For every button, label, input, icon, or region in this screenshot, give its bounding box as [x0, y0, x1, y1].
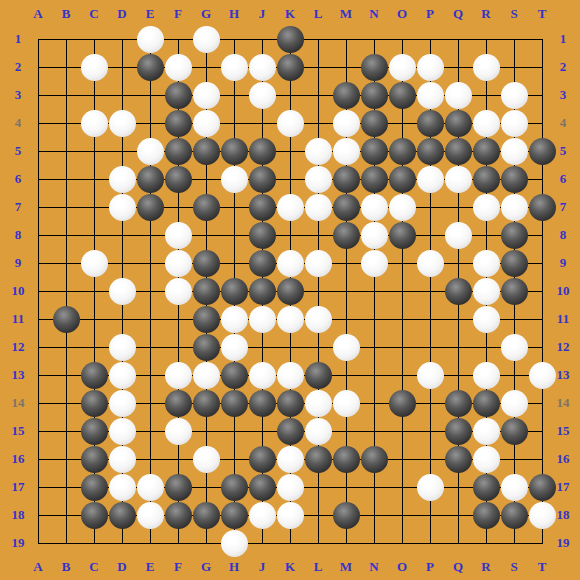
stone-black-N2 — [361, 54, 388, 81]
col-label-bottom-K: K — [276, 556, 304, 578]
stone-white-P17 — [417, 474, 444, 501]
col-label-bottom-M: M — [332, 556, 360, 578]
stone-white-R9 — [473, 250, 500, 277]
stone-white-S4 — [501, 110, 528, 137]
stone-white-F10 — [165, 278, 192, 305]
stone-black-J8 — [249, 222, 276, 249]
stone-black-M3 — [333, 82, 360, 109]
stone-white-G16 — [193, 446, 220, 473]
col-label-top-H: H — [220, 3, 248, 25]
col-label-top-F: F — [164, 3, 192, 25]
stone-white-K4 — [277, 110, 304, 137]
stone-black-M6 — [333, 166, 360, 193]
stone-white-Q3 — [445, 82, 472, 109]
row-label-right-14: 14 — [546, 392, 580, 414]
col-label-top-J: J — [248, 3, 276, 25]
stone-white-S7 — [501, 194, 528, 221]
stone-black-C15 — [81, 418, 108, 445]
row-label-right-6: 6 — [546, 168, 580, 190]
stone-white-D10 — [109, 278, 136, 305]
stone-black-M8 — [333, 222, 360, 249]
stone-black-C14 — [81, 390, 108, 417]
stone-white-C2 — [81, 54, 108, 81]
stone-black-L16 — [305, 446, 332, 473]
stone-white-H2 — [221, 54, 248, 81]
stone-black-K14 — [277, 390, 304, 417]
row-label-left-17: 17 — [0, 476, 36, 498]
row-label-right-8: 8 — [546, 224, 580, 246]
stone-black-G5 — [193, 138, 220, 165]
col-label-bottom-O: O — [388, 556, 416, 578]
stone-white-R10 — [473, 278, 500, 305]
stone-white-C4 — [81, 110, 108, 137]
row-label-left-13: 13 — [0, 364, 36, 386]
col-label-bottom-D: D — [108, 556, 136, 578]
stone-white-F9 — [165, 250, 192, 277]
stone-white-R16 — [473, 446, 500, 473]
stone-white-J2 — [249, 54, 276, 81]
stone-white-P2 — [417, 54, 444, 81]
col-label-top-G: G — [192, 3, 220, 25]
stone-white-G3 — [193, 82, 220, 109]
stone-black-R5 — [473, 138, 500, 165]
stone-white-K16 — [277, 446, 304, 473]
col-label-bottom-F: F — [164, 556, 192, 578]
stone-black-E7 — [137, 194, 164, 221]
stone-black-K15 — [277, 418, 304, 445]
stone-white-H12 — [221, 334, 248, 361]
stone-black-P5 — [417, 138, 444, 165]
stone-black-B11 — [53, 306, 80, 333]
col-label-bottom-H: H — [220, 556, 248, 578]
stone-white-P6 — [417, 166, 444, 193]
col-label-bottom-T: T — [528, 556, 556, 578]
stone-black-N3 — [361, 82, 388, 109]
stone-white-E17 — [137, 474, 164, 501]
stone-black-T7 — [529, 194, 556, 221]
col-label-top-E: E — [136, 3, 164, 25]
go-app-window: AABBCCDDEEFFGGHHJJKKLLMMNNOOPPQQRRSSTT11… — [0, 0, 580, 580]
row-label-right-15: 15 — [546, 420, 580, 442]
stone-black-G11 — [193, 306, 220, 333]
col-label-top-C: C — [80, 3, 108, 25]
col-label-top-L: L — [304, 3, 332, 25]
stone-black-N5 — [361, 138, 388, 165]
stone-black-J6 — [249, 166, 276, 193]
col-label-top-O: O — [388, 3, 416, 25]
col-label-top-T: T — [528, 3, 556, 25]
stone-white-L11 — [305, 306, 332, 333]
stone-white-K7 — [277, 194, 304, 221]
col-label-bottom-J: J — [248, 556, 276, 578]
row-label-left-10: 10 — [0, 280, 36, 302]
stone-black-T17 — [529, 474, 556, 501]
stone-black-S18 — [501, 502, 528, 529]
stone-black-K10 — [277, 278, 304, 305]
stone-black-Q15 — [445, 418, 472, 445]
col-label-top-S: S — [500, 3, 528, 25]
row-label-left-2: 2 — [0, 56, 36, 78]
row-label-left-14: 14 — [0, 392, 36, 414]
stone-black-J17 — [249, 474, 276, 501]
stone-white-R13 — [473, 362, 500, 389]
stone-white-H11 — [221, 306, 248, 333]
stone-black-D18 — [109, 502, 136, 529]
stone-black-G14 — [193, 390, 220, 417]
stone-white-S12 — [501, 334, 528, 361]
stone-white-D7 — [109, 194, 136, 221]
stone-white-J13 — [249, 362, 276, 389]
row-label-left-19: 19 — [0, 532, 36, 554]
stone-white-O7 — [389, 194, 416, 221]
stone-white-D13 — [109, 362, 136, 389]
stone-white-F2 — [165, 54, 192, 81]
stone-black-F17 — [165, 474, 192, 501]
stone-black-S15 — [501, 418, 528, 445]
stone-black-R14 — [473, 390, 500, 417]
stone-black-N16 — [361, 446, 388, 473]
stone-black-S10 — [501, 278, 528, 305]
stone-white-M4 — [333, 110, 360, 137]
stone-white-N7 — [361, 194, 388, 221]
row-label-right-10: 10 — [546, 280, 580, 302]
row-label-left-8: 8 — [0, 224, 36, 246]
col-label-top-K: K — [276, 3, 304, 25]
stone-black-Q14 — [445, 390, 472, 417]
stone-white-H19 — [221, 530, 248, 557]
stone-black-K2 — [277, 54, 304, 81]
stone-white-R11 — [473, 306, 500, 333]
stone-white-G13 — [193, 362, 220, 389]
stone-white-L14 — [305, 390, 332, 417]
stone-white-D12 — [109, 334, 136, 361]
stone-black-C13 — [81, 362, 108, 389]
col-label-top-A: A — [24, 3, 52, 25]
stone-white-R15 — [473, 418, 500, 445]
col-label-bottom-C: C — [80, 556, 108, 578]
stone-black-O14 — [389, 390, 416, 417]
stone-white-T13 — [529, 362, 556, 389]
stone-black-J16 — [249, 446, 276, 473]
col-label-bottom-A: A — [24, 556, 52, 578]
row-label-right-16: 16 — [546, 448, 580, 470]
stone-black-N4 — [361, 110, 388, 137]
stone-white-D6 — [109, 166, 136, 193]
stone-white-C9 — [81, 250, 108, 277]
stone-white-N9 — [361, 250, 388, 277]
stone-white-S3 — [501, 82, 528, 109]
stone-white-P3 — [417, 82, 444, 109]
col-label-bottom-N: N — [360, 556, 388, 578]
stone-white-J11 — [249, 306, 276, 333]
stone-black-L13 — [305, 362, 332, 389]
col-label-bottom-L: L — [304, 556, 332, 578]
stone-white-R4 — [473, 110, 500, 137]
col-label-top-M: M — [332, 3, 360, 25]
stone-black-O5 — [389, 138, 416, 165]
stone-white-Q6 — [445, 166, 472, 193]
col-label-bottom-G: G — [192, 556, 220, 578]
stone-white-M12 — [333, 334, 360, 361]
stone-black-T5 — [529, 138, 556, 165]
stone-white-D16 — [109, 446, 136, 473]
stone-black-F14 — [165, 390, 192, 417]
stone-white-Q8 — [445, 222, 472, 249]
stone-black-P4 — [417, 110, 444, 137]
stone-white-D15 — [109, 418, 136, 445]
col-label-top-D: D — [108, 3, 136, 25]
row-label-left-6: 6 — [0, 168, 36, 190]
stone-black-O8 — [389, 222, 416, 249]
row-label-left-5: 5 — [0, 140, 36, 162]
stone-white-J18 — [249, 502, 276, 529]
col-label-bottom-R: R — [472, 556, 500, 578]
stone-white-E1 — [137, 26, 164, 53]
row-label-right-9: 9 — [546, 252, 580, 274]
stone-black-J7 — [249, 194, 276, 221]
stone-black-H5 — [221, 138, 248, 165]
stone-white-F8 — [165, 222, 192, 249]
stone-white-J3 — [249, 82, 276, 109]
col-label-bottom-Q: Q — [444, 556, 472, 578]
col-label-top-P: P — [416, 3, 444, 25]
stone-white-K9 — [277, 250, 304, 277]
stone-white-T18 — [529, 502, 556, 529]
row-label-right-4: 4 — [546, 112, 580, 134]
col-label-bottom-B: B — [52, 556, 80, 578]
stone-white-K11 — [277, 306, 304, 333]
stone-white-D14 — [109, 390, 136, 417]
stone-black-F6 — [165, 166, 192, 193]
stone-black-O6 — [389, 166, 416, 193]
stone-white-L9 — [305, 250, 332, 277]
stone-black-J9 — [249, 250, 276, 277]
stone-black-J14 — [249, 390, 276, 417]
stone-black-M16 — [333, 446, 360, 473]
stone-white-F13 — [165, 362, 192, 389]
row-label-right-12: 12 — [546, 336, 580, 358]
row-label-left-18: 18 — [0, 504, 36, 526]
row-label-left-11: 11 — [0, 308, 36, 330]
stone-white-M5 — [333, 138, 360, 165]
stone-black-M7 — [333, 194, 360, 221]
stone-black-E6 — [137, 166, 164, 193]
stone-black-H18 — [221, 502, 248, 529]
stone-black-S6 — [501, 166, 528, 193]
stone-white-R2 — [473, 54, 500, 81]
stone-black-G18 — [193, 502, 220, 529]
stone-white-S17 — [501, 474, 528, 501]
row-label-left-1: 1 — [0, 28, 36, 50]
col-label-top-B: B — [52, 3, 80, 25]
stone-white-P13 — [417, 362, 444, 389]
stone-white-H6 — [221, 166, 248, 193]
stone-black-C16 — [81, 446, 108, 473]
stone-black-H14 — [221, 390, 248, 417]
stone-white-G1 — [193, 26, 220, 53]
stone-black-G12 — [193, 334, 220, 361]
row-label-left-12: 12 — [0, 336, 36, 358]
stone-white-S14 — [501, 390, 528, 417]
stone-black-M18 — [333, 502, 360, 529]
stone-black-E2 — [137, 54, 164, 81]
col-label-bottom-E: E — [136, 556, 164, 578]
stone-black-G10 — [193, 278, 220, 305]
stone-black-H10 — [221, 278, 248, 305]
stone-white-G4 — [193, 110, 220, 137]
stone-black-F5 — [165, 138, 192, 165]
stone-black-S8 — [501, 222, 528, 249]
stone-black-Q5 — [445, 138, 472, 165]
row-label-right-1: 1 — [546, 28, 580, 50]
stone-black-K1 — [277, 26, 304, 53]
stone-white-S5 — [501, 138, 528, 165]
stone-black-G7 — [193, 194, 220, 221]
stone-black-H13 — [221, 362, 248, 389]
stone-black-H17 — [221, 474, 248, 501]
stone-white-O2 — [389, 54, 416, 81]
stone-black-J10 — [249, 278, 276, 305]
stone-black-Q10 — [445, 278, 472, 305]
stone-black-F3 — [165, 82, 192, 109]
stone-black-J5 — [249, 138, 276, 165]
row-label-left-4: 4 — [0, 112, 36, 134]
stone-white-L6 — [305, 166, 332, 193]
stone-black-Q4 — [445, 110, 472, 137]
stone-white-P9 — [417, 250, 444, 277]
stone-white-L7 — [305, 194, 332, 221]
stone-black-R17 — [473, 474, 500, 501]
stone-black-R6 — [473, 166, 500, 193]
row-label-left-15: 15 — [0, 420, 36, 442]
go-board[interactable]: AABBCCDDEEFFGGHHJJKKLLMMNNOOPPQQRRSSTT11… — [0, 0, 580, 580]
stone-white-E18 — [137, 502, 164, 529]
stone-white-R7 — [473, 194, 500, 221]
col-label-top-N: N — [360, 3, 388, 25]
row-label-right-19: 19 — [546, 532, 580, 554]
row-label-right-3: 3 — [546, 84, 580, 106]
row-label-left-7: 7 — [0, 196, 36, 218]
stone-black-C18 — [81, 502, 108, 529]
stone-black-Q16 — [445, 446, 472, 473]
stone-black-O3 — [389, 82, 416, 109]
col-label-top-R: R — [472, 3, 500, 25]
row-label-right-11: 11 — [546, 308, 580, 330]
stone-white-K13 — [277, 362, 304, 389]
stone-black-F18 — [165, 502, 192, 529]
stone-black-C17 — [81, 474, 108, 501]
stone-black-R18 — [473, 502, 500, 529]
stone-black-F4 — [165, 110, 192, 137]
stone-white-L15 — [305, 418, 332, 445]
stone-white-D4 — [109, 110, 136, 137]
col-label-bottom-P: P — [416, 556, 444, 578]
stone-white-F15 — [165, 418, 192, 445]
row-label-right-2: 2 — [546, 56, 580, 78]
stone-white-N8 — [361, 222, 388, 249]
row-label-left-16: 16 — [0, 448, 36, 470]
stone-black-N6 — [361, 166, 388, 193]
stone-white-M14 — [333, 390, 360, 417]
row-label-left-9: 9 — [0, 252, 36, 274]
col-label-bottom-S: S — [500, 556, 528, 578]
stone-white-L5 — [305, 138, 332, 165]
col-label-top-Q: Q — [444, 3, 472, 25]
stone-white-K18 — [277, 502, 304, 529]
row-label-left-3: 3 — [0, 84, 36, 106]
stone-white-K17 — [277, 474, 304, 501]
stone-black-G9 — [193, 250, 220, 277]
stone-white-D17 — [109, 474, 136, 501]
stone-black-S9 — [501, 250, 528, 277]
stone-white-E5 — [137, 138, 164, 165]
